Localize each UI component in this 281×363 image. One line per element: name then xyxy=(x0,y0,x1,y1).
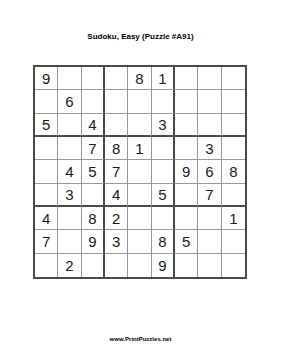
cell-r3c1: 5 xyxy=(35,114,58,137)
sudoku-board: 98165437813457968345748217938529 xyxy=(33,65,247,279)
cell-r5c5[interactable] xyxy=(128,160,151,183)
cell-r5c3: 5 xyxy=(82,160,105,183)
cell-r6c3[interactable] xyxy=(82,184,105,207)
cell-r1c9[interactable] xyxy=(222,67,245,90)
cell-r1c5: 8 xyxy=(128,67,151,90)
cell-r8c7: 5 xyxy=(175,230,198,253)
cell-r3c6: 3 xyxy=(152,114,175,137)
cell-r8c3: 9 xyxy=(82,230,105,253)
cell-r9c6: 9 xyxy=(152,254,175,277)
cell-r9c9[interactable] xyxy=(222,254,245,277)
cell-r2c9[interactable] xyxy=(222,90,245,113)
cell-r4c6[interactable] xyxy=(152,137,175,160)
cell-r9c2: 2 xyxy=(58,254,81,277)
cell-r6c1[interactable] xyxy=(35,184,58,207)
cell-r4c2[interactable] xyxy=(58,137,81,160)
cell-r3c3: 4 xyxy=(82,114,105,137)
cell-r7c5[interactable] xyxy=(128,207,151,230)
cell-r3c4[interactable] xyxy=(105,114,128,137)
cell-r9c5[interactable] xyxy=(128,254,151,277)
cell-r8c1: 7 xyxy=(35,230,58,253)
cell-r2c7[interactable] xyxy=(175,90,198,113)
cell-r6c9[interactable] xyxy=(222,184,245,207)
cell-r1c1: 9 xyxy=(35,67,58,90)
cell-r9c1[interactable] xyxy=(35,254,58,277)
cell-r2c3[interactable] xyxy=(82,90,105,113)
cell-r1c4[interactable] xyxy=(105,67,128,90)
cell-r1c7[interactable] xyxy=(175,67,198,90)
cell-r2c2: 6 xyxy=(58,90,81,113)
puzzle-title: Sudoku, Easy (Puzzle #A91) xyxy=(0,32,281,41)
cell-r4c8: 3 xyxy=(198,137,221,160)
cell-r5c4: 7 xyxy=(105,160,128,183)
footer-url: www.PrintPuzzles.net xyxy=(0,336,281,342)
cell-r6c6: 5 xyxy=(152,184,175,207)
cell-r5c9: 8 xyxy=(222,160,245,183)
cell-r8c2[interactable] xyxy=(58,230,81,253)
cell-r7c6[interactable] xyxy=(152,207,175,230)
cell-r7c7[interactable] xyxy=(175,207,198,230)
cell-r5c1[interactable] xyxy=(35,160,58,183)
cell-r9c7[interactable] xyxy=(175,254,198,277)
cell-r7c1: 4 xyxy=(35,207,58,230)
cell-r7c9: 1 xyxy=(222,207,245,230)
cell-r8c8[interactable] xyxy=(198,230,221,253)
cell-r7c3: 8 xyxy=(82,207,105,230)
cell-r4c3: 7 xyxy=(82,137,105,160)
cell-r9c8[interactable] xyxy=(198,254,221,277)
cell-r6c2: 3 xyxy=(58,184,81,207)
cell-r2c4[interactable] xyxy=(105,90,128,113)
cell-r1c2[interactable] xyxy=(58,67,81,90)
cell-r2c6[interactable] xyxy=(152,90,175,113)
cell-r3c8[interactable] xyxy=(198,114,221,137)
cell-r2c5[interactable] xyxy=(128,90,151,113)
cell-r3c5[interactable] xyxy=(128,114,151,137)
cell-r6c8: 7 xyxy=(198,184,221,207)
cell-r4c9[interactable] xyxy=(222,137,245,160)
cell-r2c8[interactable] xyxy=(198,90,221,113)
cell-r5c7: 9 xyxy=(175,160,198,183)
cell-r4c4: 8 xyxy=(105,137,128,160)
cell-r8c4: 3 xyxy=(105,230,128,253)
cell-r1c8[interactable] xyxy=(198,67,221,90)
cell-r5c8: 6 xyxy=(198,160,221,183)
cell-r7c2[interactable] xyxy=(58,207,81,230)
cell-r7c8[interactable] xyxy=(198,207,221,230)
puzzle-page: Sudoku, Easy (Puzzle #A91) 9816543781345… xyxy=(0,0,281,363)
cell-r7c4: 2 xyxy=(105,207,128,230)
cell-r1c3[interactable] xyxy=(82,67,105,90)
cell-r4c1[interactable] xyxy=(35,137,58,160)
cell-r9c4[interactable] xyxy=(105,254,128,277)
cell-r3c7[interactable] xyxy=(175,114,198,137)
cell-r8c5[interactable] xyxy=(128,230,151,253)
cell-r9c3[interactable] xyxy=(82,254,105,277)
cell-r4c7[interactable] xyxy=(175,137,198,160)
cell-r6c7[interactable] xyxy=(175,184,198,207)
cell-r5c2: 4 xyxy=(58,160,81,183)
cell-r6c5[interactable] xyxy=(128,184,151,207)
cell-r1c6: 1 xyxy=(152,67,175,90)
cell-r5c6[interactable] xyxy=(152,160,175,183)
cell-r6c4: 4 xyxy=(105,184,128,207)
cell-r3c9[interactable] xyxy=(222,114,245,137)
cell-r2c1[interactable] xyxy=(35,90,58,113)
cell-r8c9[interactable] xyxy=(222,230,245,253)
cell-r3c2[interactable] xyxy=(58,114,81,137)
cell-r4c5: 1 xyxy=(128,137,151,160)
cell-r8c6: 8 xyxy=(152,230,175,253)
